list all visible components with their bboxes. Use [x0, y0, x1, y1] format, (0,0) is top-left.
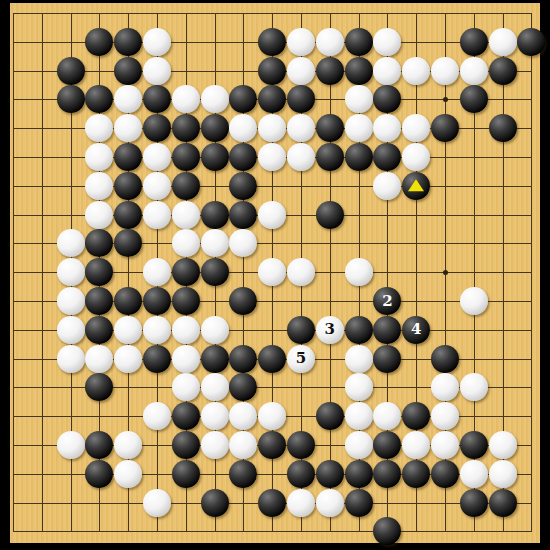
stone-black	[431, 460, 459, 488]
stone-black	[172, 287, 200, 315]
stone-black	[489, 57, 517, 85]
stone-black	[402, 460, 430, 488]
stone-black	[460, 85, 488, 113]
stone-black	[373, 316, 401, 344]
stone-white	[143, 28, 171, 56]
stone-white	[114, 85, 142, 113]
stone-white	[287, 57, 315, 85]
stone-white	[201, 85, 229, 113]
stone-black	[85, 85, 113, 113]
stone-white	[316, 489, 344, 517]
stone-black	[489, 114, 517, 142]
stone-black	[316, 201, 344, 229]
stone-white	[431, 57, 459, 85]
stone-white	[489, 431, 517, 459]
stone-white	[229, 114, 257, 142]
stone-black	[229, 373, 257, 401]
stone-white	[489, 460, 517, 488]
stone-black	[85, 287, 113, 315]
stone-white	[114, 316, 142, 344]
stone-black	[201, 489, 229, 517]
stone-white	[258, 114, 286, 142]
stone-black	[143, 287, 171, 315]
stone-black	[143, 345, 171, 373]
stone-black	[373, 431, 401, 459]
stone-white	[431, 402, 459, 430]
stone-black	[114, 201, 142, 229]
stone-black	[172, 402, 200, 430]
stone-white	[373, 57, 401, 85]
triangle-marker	[408, 179, 424, 191]
stone-white	[287, 28, 315, 56]
stone-black	[287, 316, 315, 344]
stone-black	[229, 85, 257, 113]
stone-white	[316, 28, 344, 56]
stone-white	[57, 287, 85, 315]
stone-black	[460, 489, 488, 517]
go-diagram-screenshot: 2345	[0, 0, 550, 550]
stone-black	[229, 201, 257, 229]
stone-black	[201, 143, 229, 171]
stone-black	[345, 460, 373, 488]
stone-black	[85, 258, 113, 286]
stone-white	[287, 114, 315, 142]
stone-black	[229, 345, 257, 373]
star-point	[443, 97, 448, 102]
stone-white	[402, 143, 430, 171]
stone-white	[114, 431, 142, 459]
stone-black	[57, 85, 85, 113]
stone-white	[345, 431, 373, 459]
stone-white	[143, 489, 171, 517]
stone-black	[172, 114, 200, 142]
stone-white	[489, 28, 517, 56]
stone-white	[172, 345, 200, 373]
stone-white	[287, 258, 315, 286]
grid-hline	[13, 531, 532, 532]
stone-white	[431, 431, 459, 459]
stone-black	[172, 143, 200, 171]
stone-white	[258, 402, 286, 430]
stone-black	[114, 57, 142, 85]
stone-black	[373, 517, 401, 545]
move-number-2: 2	[382, 294, 392, 309]
stone-white	[402, 57, 430, 85]
stone-white: 5	[287, 345, 315, 373]
stone-black	[172, 172, 200, 200]
stone-white	[201, 431, 229, 459]
stone-black	[431, 114, 459, 142]
stone-black	[517, 28, 545, 56]
stone-white	[172, 373, 200, 401]
stone-white	[258, 143, 286, 171]
stone-white	[258, 258, 286, 286]
stone-black	[345, 143, 373, 171]
stone-black	[229, 287, 257, 315]
stone-white	[287, 489, 315, 517]
stone-black	[85, 316, 113, 344]
stone-white	[143, 172, 171, 200]
stone-black	[402, 402, 430, 430]
grid-vline	[330, 13, 331, 532]
stone-black	[373, 143, 401, 171]
stone-black	[201, 258, 229, 286]
stone-white	[460, 373, 488, 401]
stone-black	[287, 460, 315, 488]
stone-white	[57, 345, 85, 373]
stone-white	[345, 258, 373, 286]
stone-black	[143, 114, 171, 142]
stone-black	[258, 85, 286, 113]
stone-white	[431, 373, 459, 401]
stone-white	[85, 114, 113, 142]
stone-black	[201, 201, 229, 229]
stone-black	[85, 28, 113, 56]
stone-black	[460, 431, 488, 459]
stone-white	[345, 402, 373, 430]
stone-white	[201, 402, 229, 430]
stone-white	[114, 460, 142, 488]
stone-black	[316, 143, 344, 171]
stone-white	[201, 316, 229, 344]
stone-black	[201, 114, 229, 142]
stone-white	[460, 287, 488, 315]
stone-black	[258, 431, 286, 459]
stone-white	[85, 172, 113, 200]
move-number-3: 3	[325, 322, 335, 337]
stone-white	[85, 143, 113, 171]
stone-black	[258, 489, 286, 517]
stone-black	[114, 143, 142, 171]
stone-black	[172, 460, 200, 488]
stone-white	[57, 258, 85, 286]
stone-black	[373, 85, 401, 113]
stone-white	[373, 172, 401, 200]
stone-black	[114, 28, 142, 56]
stone-black	[172, 258, 200, 286]
stone-white	[373, 402, 401, 430]
stone-white	[85, 345, 113, 373]
go-board[interactable]: 2345	[10, 3, 540, 543]
stone-white	[172, 316, 200, 344]
stone-black	[258, 345, 286, 373]
stone-black	[316, 114, 344, 142]
stone-white	[172, 85, 200, 113]
stone-black	[431, 345, 459, 373]
stone-white	[402, 431, 430, 459]
stone-white	[57, 229, 85, 257]
stone-black	[316, 57, 344, 85]
stone-white	[143, 402, 171, 430]
stone-white	[345, 345, 373, 373]
stone-white	[345, 85, 373, 113]
stone-white	[229, 229, 257, 257]
stone-white	[114, 345, 142, 373]
stone-white	[172, 201, 200, 229]
stone-black	[229, 460, 257, 488]
stone-white	[143, 258, 171, 286]
stone-white	[373, 114, 401, 142]
stone-white	[143, 143, 171, 171]
stone-white	[229, 402, 257, 430]
stone-white	[345, 373, 373, 401]
stone-black	[85, 229, 113, 257]
stone-white	[114, 114, 142, 142]
stone-black	[143, 85, 171, 113]
stone-black	[57, 57, 85, 85]
stone-black	[201, 345, 229, 373]
stone-white	[143, 316, 171, 344]
stone-black	[172, 431, 200, 459]
stone-black	[316, 460, 344, 488]
stone-black	[373, 460, 401, 488]
stone-white	[57, 316, 85, 344]
stone-black	[114, 172, 142, 200]
stone-black	[85, 431, 113, 459]
stone-white	[460, 57, 488, 85]
move-number-5: 5	[296, 351, 306, 366]
stone-white	[143, 201, 171, 229]
stone-black	[85, 460, 113, 488]
stone-black	[345, 57, 373, 85]
stone-black	[258, 57, 286, 85]
stone-white	[201, 229, 229, 257]
stone-black	[114, 229, 142, 257]
stone-black	[345, 28, 373, 56]
stone-black	[402, 172, 430, 200]
stone-black	[258, 28, 286, 56]
stone-white	[287, 143, 315, 171]
stone-black	[373, 345, 401, 373]
move-number-4: 4	[411, 322, 421, 337]
grid-vline	[531, 13, 532, 532]
stone-black	[114, 287, 142, 315]
stone-black	[345, 489, 373, 517]
stone-black	[85, 373, 113, 401]
stone-black	[287, 85, 315, 113]
stone-black	[229, 172, 257, 200]
stone-black	[287, 431, 315, 459]
stone-white	[229, 431, 257, 459]
stone-white	[172, 229, 200, 257]
stone-white	[258, 201, 286, 229]
stone-black: 2	[373, 287, 401, 315]
stone-white	[460, 460, 488, 488]
stone-white	[402, 114, 430, 142]
stone-white	[345, 114, 373, 142]
stone-black	[460, 28, 488, 56]
stone-white	[373, 28, 401, 56]
stone-white	[57, 431, 85, 459]
stone-white	[143, 57, 171, 85]
star-point	[443, 270, 448, 275]
stone-white: 3	[316, 316, 344, 344]
stone-black	[229, 143, 257, 171]
stone-black	[489, 489, 517, 517]
stone-white	[201, 373, 229, 401]
stone-black	[316, 402, 344, 430]
stone-black	[345, 316, 373, 344]
stone-black: 4	[402, 316, 430, 344]
stone-white	[85, 201, 113, 229]
